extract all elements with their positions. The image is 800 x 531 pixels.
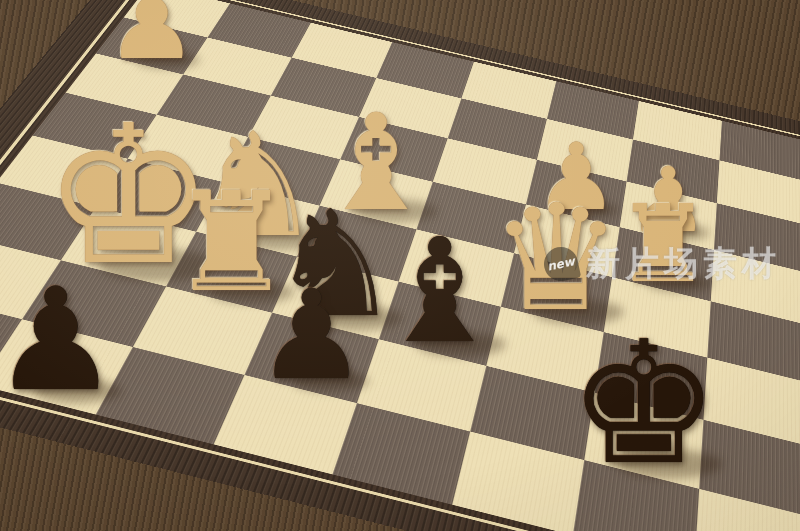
photo-scene: ♟♟♟♝♜♞♛♚♜♞♝♟♚♟ new 新片场素材 <box>0 0 800 531</box>
piece-black-pawn[interactable]: ♟ <box>0 269 119 411</box>
piece-white-rook[interactable]: ♜ <box>615 191 711 298</box>
piece-black-king[interactable]: ♚ <box>568 319 720 488</box>
piece-black-pawn[interactable]: ♟ <box>256 274 367 398</box>
piece-black-bishop[interactable]: ♝ <box>375 221 504 365</box>
piece-white-pawn[interactable]: ♟ <box>106 0 198 74</box>
